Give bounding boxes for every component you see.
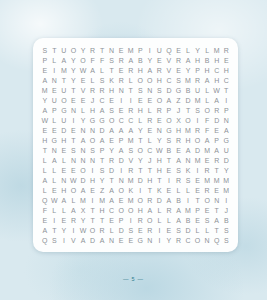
grid-cell: M xyxy=(126,135,136,145)
grid-cell: H xyxy=(155,75,165,85)
grid-cell: S xyxy=(174,165,184,175)
grid-cell: L xyxy=(50,205,60,215)
grid-cell: H xyxy=(174,125,184,135)
grid-cell: H xyxy=(155,165,165,175)
grid-cell: O xyxy=(136,75,146,85)
grid-cell: A xyxy=(40,225,50,235)
grid-cell: S xyxy=(97,165,107,175)
grid-cell: H xyxy=(107,85,117,95)
grid-cell: R xyxy=(126,65,136,75)
grid-cell: S xyxy=(202,215,212,225)
grid-cell: Q xyxy=(212,235,222,245)
grid-cell: P xyxy=(50,105,60,115)
grid-cell: T xyxy=(88,205,98,215)
grid-cell: E xyxy=(174,145,184,155)
grid-cell: A xyxy=(107,125,117,135)
grid-cell: O xyxy=(88,225,98,235)
grid-cell: J xyxy=(145,155,155,165)
grid-cell: A xyxy=(107,195,117,205)
grid-cell: I xyxy=(126,95,136,105)
grid-cell: G xyxy=(97,115,107,125)
grid-cell: A xyxy=(164,195,174,205)
grid-cell: Y xyxy=(78,45,88,55)
grid-cell: N xyxy=(69,155,79,165)
grid-cell: R xyxy=(88,85,98,95)
grid-cell: H xyxy=(136,65,146,75)
grid-cell: A xyxy=(212,215,222,225)
grid-cell: W xyxy=(155,145,165,155)
grid-cell: E xyxy=(155,55,165,65)
grid-cell: Y xyxy=(97,175,107,185)
grid-cell: M xyxy=(183,75,193,85)
grid-cell: L xyxy=(50,115,60,125)
grid-cell: B xyxy=(202,55,212,65)
grid-cell: O xyxy=(193,135,203,145)
grid-cell: B xyxy=(174,195,184,205)
grid-cell: A xyxy=(40,105,50,115)
grid-cell: I xyxy=(126,215,136,225)
grid-cell: R xyxy=(145,115,155,125)
grid-cell: Y xyxy=(193,45,203,55)
grid-cell: L xyxy=(202,45,212,55)
word-search-grid: STUOYRTNEMPIUQELYLMRPLAYOFFSRABYEVRAHBHE… xyxy=(40,45,231,245)
grid-cell: A xyxy=(126,125,136,135)
grid-cell: L xyxy=(107,225,117,235)
grid-cell: D xyxy=(78,175,88,185)
grid-cell: O xyxy=(78,165,88,175)
grid-cell: T xyxy=(69,85,79,95)
grid-cell: V xyxy=(164,55,174,65)
grid-cell: E xyxy=(164,185,174,195)
grid-cell: H xyxy=(40,135,50,145)
grid-cell: R xyxy=(107,155,117,165)
grid-cell: B xyxy=(183,85,193,95)
grid-cell: S xyxy=(193,105,203,115)
grid-cell: T xyxy=(97,45,107,55)
grid-cell: R xyxy=(221,45,231,55)
grid-cell: U xyxy=(59,115,69,125)
grid-cell: O xyxy=(202,195,212,205)
grid-cell: E xyxy=(50,125,60,135)
grid-cell: S xyxy=(126,145,136,155)
grid-cell: O xyxy=(164,115,174,125)
grid-cell: S xyxy=(107,55,117,65)
grid-cell: R xyxy=(174,175,184,185)
grid-cell: D xyxy=(183,225,193,235)
grid-cell: P xyxy=(221,105,231,115)
grid-cell: L xyxy=(174,185,184,195)
grid-cell: C xyxy=(116,115,126,125)
grid-cell: M xyxy=(59,65,69,75)
grid-cell: N xyxy=(78,145,88,155)
grid-cell: O xyxy=(155,95,165,105)
grid-cell: Y xyxy=(107,145,117,155)
grid-cell: E xyxy=(193,175,203,185)
grid-cell: E xyxy=(116,105,126,115)
grid-cell: P xyxy=(193,205,203,215)
grid-cell: E xyxy=(40,65,50,75)
grid-cell: N xyxy=(202,235,212,245)
grid-cell: S xyxy=(97,75,107,85)
grid-cell: R xyxy=(97,85,107,95)
grid-cell: R xyxy=(174,235,184,245)
grid-cell: A xyxy=(116,145,126,155)
grid-cell: O xyxy=(126,205,136,215)
grid-cell: A xyxy=(221,125,231,135)
grid-cell: K xyxy=(155,185,165,195)
grid-cell: L xyxy=(50,175,60,185)
grid-cell: N xyxy=(116,175,126,185)
grid-cell: H xyxy=(183,135,193,145)
grid-cell: L xyxy=(126,75,136,85)
grid-cell: L xyxy=(78,105,88,115)
grid-cell: E xyxy=(136,95,146,105)
grid-cell: S xyxy=(174,225,184,235)
grid-cell: C xyxy=(107,205,117,215)
grid-cell: M xyxy=(40,85,50,95)
grid-cell: L xyxy=(164,215,174,225)
grid-cell: H xyxy=(88,175,98,185)
grid-cell: U xyxy=(50,95,60,105)
grid-cell: W xyxy=(78,225,88,235)
grid-cell: A xyxy=(126,55,136,65)
grid-cell: L xyxy=(88,75,98,85)
grid-cell: R xyxy=(212,155,222,165)
grid-cell: I xyxy=(183,195,193,205)
grid-cell: N xyxy=(116,85,126,95)
grid-cell: B xyxy=(183,215,193,225)
grid-cell: O xyxy=(69,185,79,195)
grid-cell: E xyxy=(145,95,155,105)
grid-cell: H xyxy=(59,185,69,195)
grid-cell: M xyxy=(212,175,222,185)
grid-cell: A xyxy=(97,105,107,115)
grid-cell: N xyxy=(183,155,193,165)
grid-cell: E xyxy=(69,125,79,135)
grid-cell: A xyxy=(97,135,107,145)
grid-cell: Y xyxy=(136,155,146,165)
grid-cell: P xyxy=(116,135,126,145)
grid-cell: O xyxy=(116,185,126,195)
grid-cell: H xyxy=(145,175,155,185)
grid-cell: Y xyxy=(164,235,174,245)
grid-cell: S xyxy=(88,145,98,155)
grid-cell: A xyxy=(107,185,117,195)
grid-cell: E xyxy=(164,165,174,175)
grid-cell: T xyxy=(59,75,69,85)
grid-cell: O xyxy=(145,75,155,85)
grid-cell: T xyxy=(183,105,193,115)
grid-cell: N xyxy=(212,195,222,205)
grid-cell: D xyxy=(155,195,165,205)
grid-cell: Y xyxy=(183,65,193,75)
grid-cell: R xyxy=(88,45,98,55)
grid-cell: H xyxy=(212,75,222,85)
grid-cell: R xyxy=(202,185,212,195)
grid-cell: F xyxy=(97,55,107,65)
grid-cell: P xyxy=(164,105,174,115)
grid-cell: O xyxy=(88,135,98,145)
grid-cell: D xyxy=(136,175,146,185)
grid-cell: I xyxy=(136,185,146,195)
grid-cell: L xyxy=(59,155,69,165)
grid-cell: T xyxy=(212,205,222,215)
grid-cell: W xyxy=(212,85,222,95)
grid-cell: A xyxy=(145,205,155,215)
grid-cell: E xyxy=(107,135,117,145)
grid-cell: S xyxy=(221,235,231,245)
grid-cell: L xyxy=(40,185,50,195)
grid-cell: W xyxy=(50,195,60,205)
grid-cell: T xyxy=(69,135,79,145)
grid-cell: R xyxy=(212,105,222,115)
grid-cell: K xyxy=(126,185,136,195)
grid-cell: A xyxy=(212,145,222,155)
grid-cell: E xyxy=(78,75,88,85)
grid-cell: A xyxy=(183,55,193,65)
grid-cell: T xyxy=(212,225,222,235)
grid-cell: T xyxy=(97,155,107,165)
grid-cell: D xyxy=(116,225,126,235)
grid-cell: E xyxy=(221,55,231,65)
grid-cell: R xyxy=(174,135,184,145)
grid-cell: V xyxy=(69,235,79,245)
grid-cell: R xyxy=(155,65,165,75)
grid-cell: T xyxy=(145,185,155,195)
grid-cell: A xyxy=(59,195,69,205)
grid-cell: H xyxy=(88,105,98,115)
grid-cell: N xyxy=(88,125,98,135)
grid-cell: K xyxy=(183,165,193,175)
grid-cell: L xyxy=(193,225,203,235)
grid-cell: E xyxy=(193,215,203,225)
grid-cell: F xyxy=(202,125,212,135)
grid-cell: M xyxy=(126,45,136,55)
grid-cell: I xyxy=(88,165,98,175)
grid-cell: V xyxy=(164,65,174,75)
grid-cell: L xyxy=(145,135,155,145)
grid-cell: T xyxy=(126,85,136,95)
grid-cell: C xyxy=(97,95,107,105)
grid-cell: H xyxy=(212,55,222,65)
grid-cell: O xyxy=(183,115,193,125)
grid-cell: I xyxy=(145,45,155,55)
grid-cell: L xyxy=(50,55,60,65)
grid-cell: I xyxy=(221,95,231,105)
grid-cell: Q xyxy=(40,235,50,245)
grid-cell: S xyxy=(69,145,79,155)
grid-cell: P xyxy=(97,145,107,155)
grid-cell: H xyxy=(202,65,212,75)
grid-cell: E xyxy=(69,95,79,105)
grid-cell: Y xyxy=(78,115,88,125)
grid-cell: E xyxy=(88,185,98,195)
grid-cell: H xyxy=(136,105,146,115)
grid-cell: Y xyxy=(69,75,79,85)
grid-cell: L xyxy=(50,165,60,175)
grid-cell: R xyxy=(69,215,79,225)
grid-cell: C xyxy=(183,235,193,245)
grid-cell: E xyxy=(107,95,117,105)
grid-cell: E xyxy=(212,125,222,135)
grid-cell: U xyxy=(59,45,69,55)
grid-cell: R xyxy=(174,55,184,65)
grid-cell: L xyxy=(145,105,155,115)
grid-cell: I xyxy=(116,95,126,105)
page-footer: —5— xyxy=(0,276,267,282)
grid-cell: A xyxy=(212,95,222,105)
grid-cell: I xyxy=(221,195,231,205)
grid-cell: E xyxy=(40,125,50,135)
grid-cell: H xyxy=(59,135,69,145)
grid-cell: I xyxy=(193,115,203,125)
grid-cell: L xyxy=(183,45,193,55)
grid-cell: E xyxy=(136,225,146,235)
grid-cell: E xyxy=(145,125,155,135)
grid-cell: G xyxy=(164,125,174,135)
grid-cell: T xyxy=(97,215,107,225)
grid-cell: I xyxy=(50,65,60,75)
grid-cell: E xyxy=(107,215,117,225)
grid-cell: Y xyxy=(40,95,50,105)
grid-cell: R xyxy=(164,205,174,215)
grid-cell: I xyxy=(116,165,126,175)
grid-cell: E xyxy=(126,235,136,245)
grid-cell: L xyxy=(183,185,193,195)
grid-cell: T xyxy=(136,135,146,145)
grid-cell: E xyxy=(116,195,126,205)
grid-cell: O xyxy=(136,145,146,155)
grid-cell: T xyxy=(88,215,98,225)
grid-cell: T xyxy=(40,145,50,155)
grid-cell: S xyxy=(221,225,231,235)
grid-cell: A xyxy=(174,155,184,165)
grid-cell: L xyxy=(155,215,165,225)
grid-cell: Y xyxy=(69,55,79,65)
grid-cell: B xyxy=(136,55,146,65)
grid-cell: L xyxy=(40,165,50,175)
grid-cell: H xyxy=(136,205,146,215)
grid-cell: E xyxy=(174,65,184,75)
grid-cell: A xyxy=(145,65,155,75)
grid-cell: E xyxy=(193,185,203,195)
grid-cell: A xyxy=(78,135,88,145)
grid-cell: D xyxy=(116,155,126,165)
grid-cell: Y xyxy=(69,65,79,75)
grid-cell: F xyxy=(40,205,50,215)
grid-cell: E xyxy=(202,155,212,165)
grid-cell: O xyxy=(107,115,117,125)
grid-cell: E xyxy=(69,165,79,175)
grid-cell: D xyxy=(221,155,231,165)
grid-cell: S xyxy=(40,45,50,55)
grid-cell: I xyxy=(88,195,98,205)
grid-cell: R xyxy=(97,225,107,235)
grid-cell: X xyxy=(174,115,184,125)
grid-cell: G xyxy=(88,115,98,125)
grid-cell: G xyxy=(221,135,231,145)
grid-cell: I xyxy=(50,215,60,225)
grid-cell: A xyxy=(116,125,126,135)
grid-cell: S xyxy=(136,85,146,95)
grid-cell: W xyxy=(69,175,79,185)
grid-cell: E xyxy=(155,115,165,125)
grid-cell: H xyxy=(221,65,231,75)
grid-cell: H xyxy=(193,55,203,65)
grid-cell: W xyxy=(40,115,50,125)
grid-cell: N xyxy=(59,175,69,185)
grid-cell: Y xyxy=(155,135,165,145)
grid-cell: L xyxy=(69,195,79,205)
grid-cell: L xyxy=(155,205,165,215)
grid-cell: N xyxy=(50,75,60,85)
grid-cell: M xyxy=(183,125,193,135)
grid-cell: R xyxy=(145,195,155,205)
grid-cell: A xyxy=(69,205,79,215)
grid-cell: M xyxy=(97,195,107,205)
grid-cell: N xyxy=(107,235,117,245)
grid-cell: T xyxy=(107,175,117,185)
grid-cell: P xyxy=(136,45,146,55)
grid-cell: A xyxy=(164,95,174,105)
grid-cell: E xyxy=(40,215,50,225)
grid-cell: F xyxy=(202,115,212,125)
grid-cell: L xyxy=(202,85,212,95)
grid-cell: T xyxy=(136,165,146,175)
puzzle-book-page: STUOYRTNEMPIUQELYLMRPLAYOFFSRABYEVRAHBHE… xyxy=(0,0,267,300)
grid-cell: I xyxy=(69,115,79,125)
grid-cell: V xyxy=(126,155,136,165)
grid-cell: O xyxy=(116,205,126,215)
grid-cell: F xyxy=(88,55,98,65)
grid-cell: N xyxy=(88,155,98,165)
grid-cell: T xyxy=(107,65,117,75)
grid-cell: T xyxy=(155,175,165,185)
grid-cell: E xyxy=(212,185,222,195)
grid-cell: O xyxy=(145,215,155,225)
grid-cell: E xyxy=(116,45,126,55)
grid-cell: W xyxy=(78,65,88,75)
grid-cell: Y xyxy=(78,215,88,225)
grid-cell: A xyxy=(202,135,212,145)
grid-cell: T xyxy=(50,45,60,55)
grid-cell: G xyxy=(50,135,60,145)
grid-cell: E xyxy=(116,65,126,75)
grid-cell: M xyxy=(78,195,88,205)
grid-cell: G xyxy=(136,235,146,245)
grid-cell: N xyxy=(221,115,231,125)
grid-cell: P xyxy=(212,135,222,145)
grid-cell: N xyxy=(78,125,88,135)
grid-cell: S xyxy=(155,85,165,95)
grid-cell: O xyxy=(193,235,203,245)
grid-cell: M xyxy=(221,185,231,195)
grid-cell: H xyxy=(155,155,165,165)
grid-cell: T xyxy=(212,165,222,175)
grid-cell: Y xyxy=(136,125,146,135)
grid-cell: O xyxy=(59,95,69,105)
grid-cell: D xyxy=(193,145,203,155)
grid-cell: O xyxy=(136,195,146,205)
grid-cell: E xyxy=(50,185,60,195)
grid-cell: O xyxy=(78,55,88,65)
grid-cell: V xyxy=(78,85,88,95)
grid-cell: D xyxy=(107,165,117,175)
grid-cell: E xyxy=(59,145,69,155)
grid-cell: M xyxy=(193,95,203,105)
grid-cell: L xyxy=(40,155,50,165)
grid-cell: M xyxy=(202,145,212,155)
